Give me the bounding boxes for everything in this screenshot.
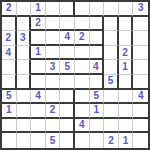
cell-r9c2[interactable] xyxy=(31,133,46,148)
cell-r9c4[interactable] xyxy=(60,133,75,148)
cell-r6c4[interactable] xyxy=(60,90,75,105)
cell-r0c0[interactable]: 2 xyxy=(2,2,17,17)
cell-r4c3[interactable]: 3 xyxy=(46,60,61,75)
cell-r0c6[interactable] xyxy=(90,2,105,17)
cell-r3c3[interactable] xyxy=(46,46,61,61)
cell-r4c5[interactable] xyxy=(75,60,90,75)
cell-r2c9[interactable] xyxy=(133,31,148,46)
cell-r6c7[interactable] xyxy=(104,90,119,105)
cell-r9c3[interactable]: 5 xyxy=(46,133,61,148)
cell-r3c2[interactable]: 1 xyxy=(31,46,46,61)
cell-r2c2[interactable] xyxy=(31,31,46,46)
cell-r7c6[interactable]: 1 xyxy=(90,104,105,119)
cell-r0c3[interactable] xyxy=(46,2,61,17)
cell-r1c7[interactable] xyxy=(104,17,119,32)
cell-r7c7[interactable] xyxy=(104,104,119,119)
cell-r8c2[interactable] xyxy=(31,119,46,134)
cell-r3c9[interactable] xyxy=(133,46,148,61)
cell-r7c4[interactable] xyxy=(60,104,75,119)
cell-r5c7[interactable]: 5 xyxy=(104,75,119,90)
cell-r8c8[interactable] xyxy=(119,119,134,134)
cell-r2c1[interactable]: 3 xyxy=(17,31,32,46)
cell-r1c4[interactable] xyxy=(60,17,75,32)
cell-r2c4[interactable]: 4 xyxy=(60,31,75,46)
cell-r2c5[interactable]: 2 xyxy=(75,31,90,46)
cell-r1c9[interactable] xyxy=(133,17,148,32)
cell-r7c3[interactable]: 2 xyxy=(46,104,61,119)
cell-r6c3[interactable] xyxy=(46,90,61,105)
cell-r8c6[interactable] xyxy=(90,119,105,134)
cell-r4c4[interactable]: 5 xyxy=(60,60,75,75)
cell-r2c3[interactable] xyxy=(46,31,61,46)
cell-r1c2[interactable]: 2 xyxy=(31,17,46,32)
cell-r1c0[interactable] xyxy=(2,17,17,32)
cell-r3c7[interactable] xyxy=(104,46,119,61)
cell-r6c6[interactable]: 5 xyxy=(90,90,105,105)
cell-r9c9[interactable] xyxy=(133,133,148,148)
cell-r5c2[interactable] xyxy=(31,75,46,90)
cell-r0c7[interactable] xyxy=(104,2,119,17)
cell-r2c7[interactable] xyxy=(104,31,119,46)
cell-r0c8[interactable] xyxy=(119,2,134,17)
cell-r5c6[interactable] xyxy=(90,75,105,90)
cell-r4c0[interactable] xyxy=(2,60,17,75)
cell-r0c5[interactable] xyxy=(75,2,90,17)
cell-r0c2[interactable]: 1 xyxy=(31,2,46,17)
cell-r3c0[interactable]: 4 xyxy=(2,46,17,61)
cell-r4c1[interactable] xyxy=(17,60,32,75)
cell-r8c1[interactable] xyxy=(17,119,32,134)
cell-r7c9[interactable] xyxy=(133,104,148,119)
cell-r7c1[interactable] xyxy=(17,104,32,119)
cell-r0c1[interactable] xyxy=(17,2,32,17)
cell-r8c0[interactable] xyxy=(2,119,17,134)
cell-r8c4[interactable] xyxy=(60,119,75,134)
cell-r6c5[interactable] xyxy=(75,90,90,105)
cell-r6c2[interactable]: 4 xyxy=(31,90,46,105)
cell-r4c7[interactable] xyxy=(104,60,119,75)
cell-r6c9[interactable]: 4 xyxy=(133,90,148,105)
cell-r3c5[interactable] xyxy=(75,46,90,61)
cell-r6c8[interactable] xyxy=(119,90,134,105)
cell-r7c5[interactable] xyxy=(75,104,90,119)
cell-r8c9[interactable] xyxy=(133,119,148,134)
cell-r3c1[interactable] xyxy=(17,46,32,61)
cell-r4c9[interactable] xyxy=(133,60,148,75)
cell-r9c6[interactable] xyxy=(90,133,105,148)
cell-r4c6[interactable]: 4 xyxy=(90,60,105,75)
cell-r4c8[interactable]: 1 xyxy=(119,60,134,75)
cell-r5c1[interactable] xyxy=(17,75,32,90)
cell-r3c6[interactable] xyxy=(90,46,105,61)
cell-r3c4[interactable] xyxy=(60,46,75,61)
cell-r5c9[interactable] xyxy=(133,75,148,90)
cell-r1c1[interactable] xyxy=(17,17,32,32)
cell-r8c5[interactable]: 4 xyxy=(75,119,90,134)
cell-r7c8[interactable] xyxy=(119,104,134,119)
cell-r5c3[interactable] xyxy=(46,75,61,90)
cell-r9c7[interactable]: 2 xyxy=(104,133,119,148)
cell-r0c9[interactable]: 3 xyxy=(133,2,148,17)
cell-r8c7[interactable] xyxy=(104,119,119,134)
cell-r2c6[interactable] xyxy=(90,31,105,46)
cell-r5c0[interactable] xyxy=(2,75,17,90)
cell-r8c3[interactable] xyxy=(46,119,61,134)
cell-r7c0[interactable]: 1 xyxy=(2,104,17,119)
cell-r9c1[interactable] xyxy=(17,133,32,148)
cell-r5c5[interactable] xyxy=(75,75,90,90)
cell-r9c5[interactable] xyxy=(75,133,90,148)
cell-r1c3[interactable] xyxy=(46,17,61,32)
cell-r0c4[interactable] xyxy=(60,2,75,17)
cell-r9c0[interactable] xyxy=(2,133,17,148)
puzzle-board: 213223424123541554541214521 xyxy=(0,0,150,150)
cell-r1c6[interactable] xyxy=(90,17,105,32)
cell-r6c0[interactable]: 5 xyxy=(2,90,17,105)
cell-r6c1[interactable] xyxy=(17,90,32,105)
cell-r1c5[interactable] xyxy=(75,17,90,32)
cell-r5c8[interactable] xyxy=(119,75,134,90)
cell-r3c8[interactable]: 2 xyxy=(119,46,134,61)
cell-r9c8[interactable]: 1 xyxy=(119,133,134,148)
cell-r2c0[interactable]: 2 xyxy=(2,31,17,46)
cell-r7c2[interactable] xyxy=(31,104,46,119)
cell-r5c4[interactable] xyxy=(60,75,75,90)
cell-r1c8[interactable] xyxy=(119,17,134,32)
cell-r2c8[interactable] xyxy=(119,31,134,46)
cell-r4c2[interactable] xyxy=(31,60,46,75)
